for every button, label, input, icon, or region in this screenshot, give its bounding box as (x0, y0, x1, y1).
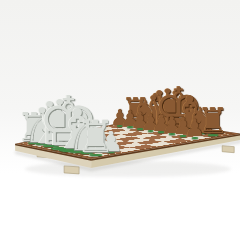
board-foot-front (64, 166, 79, 174)
board-base-and-shadow (0, 0, 240, 240)
chess-set-photo: ♜♞♝♛♚♝♞♜♟♟♟♟♟♟♟♟♟♟♟♟♟♟♟♟♜♞♝♛♚♝♞♜ (0, 0, 240, 240)
board-foot-right (222, 146, 234, 153)
